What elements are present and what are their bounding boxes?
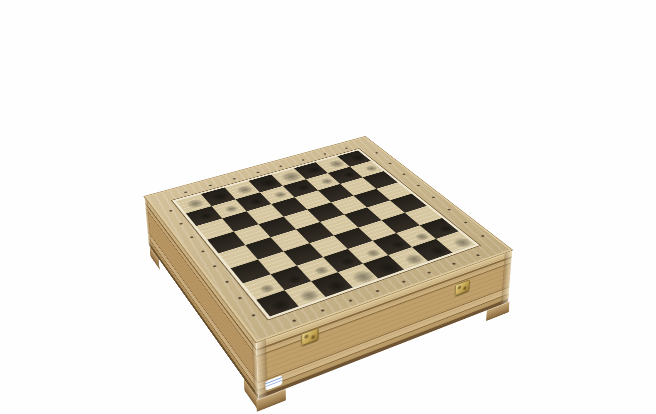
chess-set-scene: ♜♞♝♛♚♝♞♜♟♟♟♟♟♟♟♟♟♟♟♟♟♟♟♟♜♞♝♛♚♝♞♜	[0, 0, 656, 414]
box-foot-near-corner	[256, 389, 286, 412]
price-label	[265, 375, 282, 391]
brass-latch-icon	[301, 327, 319, 346]
product-photo-stage: ♜♞♝♛♚♝♞♜♟♟♟♟♟♟♟♟♟♟♟♟♟♟♟♟♜♞♝♛♚♝♞♜	[0, 0, 656, 414]
brass-latch-icon	[455, 279, 470, 296]
box-foot-right-corner	[486, 301, 510, 321]
box-foot-left-corner	[149, 246, 159, 270]
white-rook-glyph: ♜	[255, 248, 298, 310]
chess-box: ♜♞♝♛♚♝♞♜♟♟♟♟♟♟♟♟♟♟♟♟♟♟♟♟♜♞♝♛♚♝♞♜	[145, 137, 513, 343]
